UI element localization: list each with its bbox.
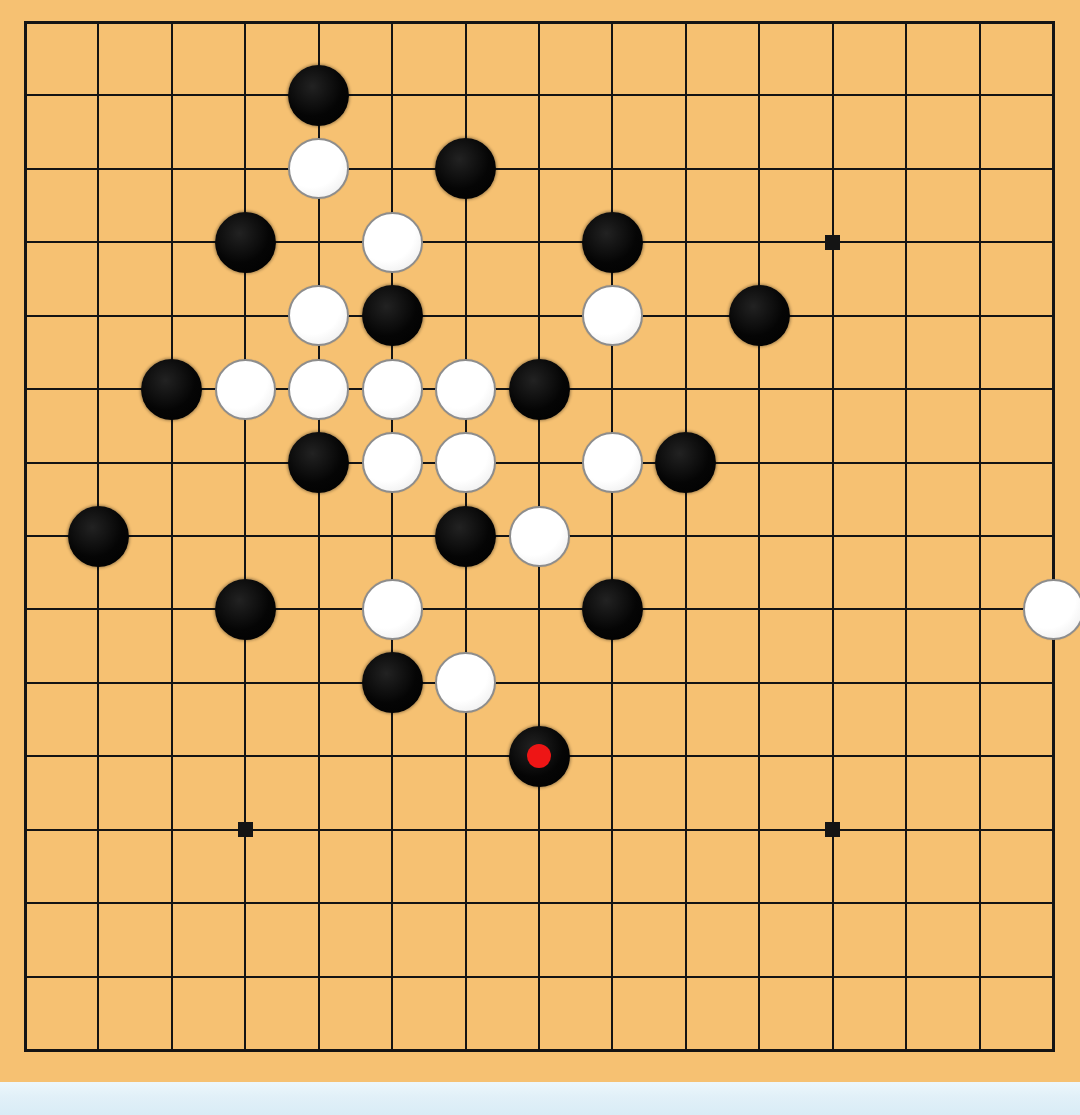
stone-white xyxy=(288,285,349,346)
stone-white xyxy=(362,359,423,420)
last-move-marker xyxy=(527,744,551,768)
stone-black xyxy=(435,506,496,567)
stone-white xyxy=(288,138,349,199)
stone-black xyxy=(729,285,790,346)
stone-black xyxy=(288,65,349,126)
stone-black xyxy=(215,579,276,640)
grid-line xyxy=(24,608,1055,610)
grid-line xyxy=(611,21,613,1052)
screenshot-root xyxy=(0,0,1080,1115)
stone-black xyxy=(362,285,423,346)
stone-black xyxy=(435,138,496,199)
stone-black xyxy=(509,726,570,787)
stone-white xyxy=(362,212,423,273)
stone-white xyxy=(435,359,496,420)
stone-white xyxy=(435,652,496,713)
grid-line xyxy=(832,21,834,1052)
star-point xyxy=(825,235,840,250)
grid-line xyxy=(24,682,1055,684)
stone-white xyxy=(582,285,643,346)
stone-black xyxy=(141,359,202,420)
stone-white xyxy=(435,432,496,493)
stone-white xyxy=(362,432,423,493)
grid-line xyxy=(24,1049,1055,1052)
grid-line xyxy=(24,902,1055,904)
stone-white xyxy=(215,359,276,420)
stone-black xyxy=(582,212,643,273)
stone-white xyxy=(582,432,643,493)
grid-line xyxy=(24,976,1055,978)
grid-line xyxy=(979,21,981,1052)
stone-black xyxy=(509,359,570,420)
stone-white xyxy=(1023,579,1080,640)
footer-strip xyxy=(0,1082,1080,1115)
star-point xyxy=(825,822,840,837)
stone-white xyxy=(509,506,570,567)
grid-line xyxy=(24,829,1055,831)
stone-black xyxy=(582,579,643,640)
stone-white xyxy=(288,359,349,420)
grid-line xyxy=(685,21,687,1052)
stone-white xyxy=(362,579,423,640)
stone-black xyxy=(68,506,129,567)
star-point xyxy=(238,822,253,837)
stone-black xyxy=(215,212,276,273)
grid-line xyxy=(758,21,760,1052)
stone-black xyxy=(655,432,716,493)
go-board[interactable] xyxy=(0,0,1080,1082)
grid-line xyxy=(1052,21,1055,1052)
grid-line xyxy=(905,21,907,1052)
stone-black xyxy=(288,432,349,493)
stone-black xyxy=(362,652,423,713)
